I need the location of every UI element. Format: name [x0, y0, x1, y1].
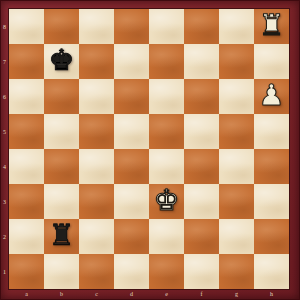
square-g8[interactable] [219, 9, 254, 44]
square-b2[interactable]: ♜ [44, 219, 79, 254]
rank-label-3: 3 [0, 184, 9, 219]
square-c3[interactable] [79, 184, 114, 219]
rank-label-1: 1 [0, 254, 9, 289]
square-d6[interactable] [114, 79, 149, 114]
square-d2[interactable] [114, 219, 149, 254]
square-a4[interactable] [9, 149, 44, 184]
square-f2[interactable] [184, 219, 219, 254]
square-e7[interactable] [149, 44, 184, 79]
square-h3[interactable] [254, 184, 289, 219]
file-label-b: b [44, 288, 79, 300]
piece-white-king[interactable]: ♚ [154, 183, 180, 218]
file-label-a: a [9, 288, 44, 300]
rank-label-5: 5 [0, 114, 9, 149]
square-f7[interactable] [184, 44, 219, 79]
square-c4[interactable] [79, 149, 114, 184]
square-h6[interactable]: ♟ [254, 79, 289, 114]
square-c8[interactable] [79, 9, 114, 44]
square-a3[interactable] [9, 184, 44, 219]
square-d8[interactable] [114, 9, 149, 44]
square-a8[interactable] [9, 9, 44, 44]
square-e5[interactable] [149, 114, 184, 149]
square-e1[interactable] [149, 254, 184, 289]
square-e2[interactable] [149, 219, 184, 254]
square-g1[interactable] [219, 254, 254, 289]
square-g2[interactable] [219, 219, 254, 254]
square-d4[interactable] [114, 149, 149, 184]
square-a5[interactable] [9, 114, 44, 149]
square-e3[interactable]: ♚ [149, 184, 184, 219]
square-c2[interactable] [79, 219, 114, 254]
square-c5[interactable] [79, 114, 114, 149]
square-f6[interactable] [184, 79, 219, 114]
file-label-d: d [114, 288, 149, 300]
chess-board: ♜♚♟♚♜ [9, 9, 289, 289]
chess-board-frame: ♜♚♟♚♜ 87654321abcdefgh [0, 0, 300, 300]
square-e4[interactable] [149, 149, 184, 184]
square-f3[interactable] [184, 184, 219, 219]
square-h4[interactable] [254, 149, 289, 184]
square-g7[interactable] [219, 44, 254, 79]
square-b1[interactable] [44, 254, 79, 289]
square-h2[interactable] [254, 219, 289, 254]
square-b7[interactable]: ♚ [44, 44, 79, 79]
piece-black-king[interactable]: ♚ [49, 43, 75, 78]
square-g6[interactable] [219, 79, 254, 114]
square-c1[interactable] [79, 254, 114, 289]
square-h7[interactable] [254, 44, 289, 79]
rank-label-4: 4 [0, 149, 9, 184]
square-a1[interactable] [9, 254, 44, 289]
rank-label-2: 2 [0, 219, 9, 254]
square-g4[interactable] [219, 149, 254, 184]
square-a2[interactable] [9, 219, 44, 254]
square-b4[interactable] [44, 149, 79, 184]
square-b8[interactable] [44, 9, 79, 44]
square-c7[interactable] [79, 44, 114, 79]
piece-black-rook[interactable]: ♜ [49, 218, 75, 253]
square-b6[interactable] [44, 79, 79, 114]
square-d1[interactable] [114, 254, 149, 289]
square-e8[interactable] [149, 9, 184, 44]
square-d3[interactable] [114, 184, 149, 219]
square-d5[interactable] [114, 114, 149, 149]
square-h8[interactable]: ♜ [254, 9, 289, 44]
piece-white-pawn[interactable]: ♟ [259, 78, 285, 113]
square-a6[interactable] [9, 79, 44, 114]
rank-label-6: 6 [0, 79, 9, 114]
square-c6[interactable] [79, 79, 114, 114]
rank-label-7: 7 [0, 44, 9, 79]
square-f5[interactable] [184, 114, 219, 149]
square-b3[interactable] [44, 184, 79, 219]
square-b5[interactable] [44, 114, 79, 149]
square-g5[interactable] [219, 114, 254, 149]
square-f1[interactable] [184, 254, 219, 289]
square-h1[interactable] [254, 254, 289, 289]
square-a7[interactable] [9, 44, 44, 79]
piece-white-rook[interactable]: ♜ [259, 8, 285, 43]
rank-label-8: 8 [0, 9, 9, 44]
file-label-g: g [219, 288, 254, 300]
square-g3[interactable] [219, 184, 254, 219]
square-h5[interactable] [254, 114, 289, 149]
file-label-h: h [254, 288, 289, 300]
square-e6[interactable] [149, 79, 184, 114]
file-label-e: e [149, 288, 184, 300]
file-label-c: c [79, 288, 114, 300]
square-f4[interactable] [184, 149, 219, 184]
square-d7[interactable] [114, 44, 149, 79]
file-label-f: f [184, 288, 219, 300]
square-f8[interactable] [184, 9, 219, 44]
